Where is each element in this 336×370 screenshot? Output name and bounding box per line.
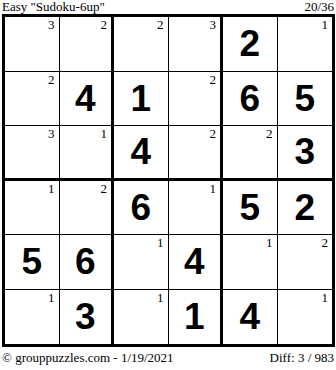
cell-r4c2[interactable]: 2 [60,181,115,236]
pencil-mark: 1 [101,126,108,142]
cell-r2c3: 1 [114,72,169,127]
given-digit: 1 [130,80,151,117]
given-digit: 4 [184,243,205,280]
pencil-mark: 2 [101,17,108,33]
given-digit: 1 [184,298,205,335]
given-digit: 5 [294,80,315,117]
cell-r5c3[interactable]: 1 [114,235,169,290]
pencil-mark: 1 [266,235,273,251]
given-digit: 2 [239,25,260,62]
given-digit: 4 [130,133,151,170]
cell-r6c3[interactable]: 1 [114,290,169,345]
copyright-text: © grouppuzzles.com - 1/19/2021 [2,350,174,365]
pencil-mark: 1 [157,235,164,251]
cell-r1c5: 2 [223,17,278,72]
cell-r2c1[interactable]: 2 [5,72,60,127]
difficulty-text: Diff: 3 / 983 [270,350,334,365]
cell-r4c5: 5 [223,181,278,236]
cell-r2c4[interactable]: 2 [169,72,224,127]
footer: © grouppuzzles.com - 1/19/2021 Diff: 3 /… [2,350,334,365]
cell-r4c4[interactable]: 1 [169,181,224,236]
sudoku-board: 322321241265314223126152561412131141 [2,14,335,347]
pencil-mark: 1 [322,17,329,33]
pencil-mark: 1 [210,181,217,197]
given-digit: 6 [75,243,96,280]
pencil-mark: 2 [210,126,217,142]
given-digit: 2 [294,189,315,226]
cell-r3c4[interactable]: 2 [169,126,224,181]
pencil-mark: 1 [48,181,55,197]
cell-r5c5[interactable]: 1 [223,235,278,290]
cell-r1c2[interactable]: 2 [60,17,115,72]
cell-r2c6: 5 [278,72,333,127]
given-digit: 5 [21,243,42,280]
pencil-mark: 2 [101,181,108,197]
pencil-mark: 3 [210,17,217,33]
given-digit: 4 [75,80,96,117]
cell-r5c2: 6 [60,235,115,290]
pencil-mark: 2 [210,72,217,88]
given-digit: 6 [130,189,151,226]
cell-r5c1: 5 [5,235,60,290]
cell-r6c6[interactable]: 1 [278,290,333,345]
cell-r6c1[interactable]: 1 [5,290,60,345]
pencil-mark: 2 [322,235,329,251]
cell-r4c1[interactable]: 1 [5,181,60,236]
pencil-mark: 2 [157,17,164,33]
cell-r5c4: 4 [169,235,224,290]
given-digit: 3 [294,133,315,170]
cell-r3c6: 3 [278,126,333,181]
cell-r1c6[interactable]: 1 [278,17,333,72]
given-digit: 6 [239,80,260,117]
pencil-mark: 2 [48,72,55,88]
pencil-mark: 1 [48,290,55,306]
pencil-mark: 1 [157,290,164,306]
cell-r3c5[interactable]: 2 [223,126,278,181]
pencil-mark: 3 [48,126,55,142]
progress-counter: 20/36 [304,0,334,14]
given-digit: 4 [239,298,260,335]
cell-r3c2[interactable]: 1 [60,126,115,181]
cell-r1c4[interactable]: 3 [169,17,224,72]
page-title: Easy "Sudoku-6up" [2,0,105,14]
cell-r6c5: 4 [223,290,278,345]
cell-r3c3: 4 [114,126,169,181]
cell-r6c2: 3 [60,290,115,345]
cell-r4c3: 6 [114,181,169,236]
cell-r1c1[interactable]: 3 [5,17,60,72]
cell-r1c3[interactable]: 2 [114,17,169,72]
given-digit: 3 [75,298,96,335]
cell-r6c4: 1 [169,290,224,345]
cell-r3c1[interactable]: 3 [5,126,60,181]
puzzle-page: Easy "Sudoku-6up" 20/36 3223212412653142… [0,0,336,370]
cell-r4c6: 2 [278,181,333,236]
cell-r2c2: 4 [60,72,115,127]
given-digit: 5 [239,189,260,226]
pencil-mark: 2 [266,126,273,142]
cell-r2c5: 6 [223,72,278,127]
pencil-mark: 1 [322,290,329,306]
pencil-mark: 3 [48,17,55,33]
cell-r5c6[interactable]: 2 [278,235,333,290]
